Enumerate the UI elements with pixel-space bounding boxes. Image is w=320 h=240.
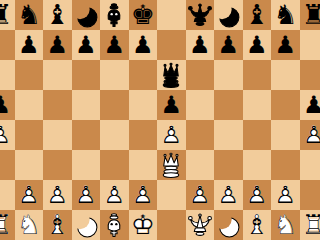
black-knight-piece[interactable]: ♞: [15, 0, 43, 30]
square-c4[interactable]: [43, 120, 72, 150]
square-k6[interactable]: [271, 60, 300, 90]
square-d7[interactable]: ♟: [72, 30, 101, 60]
square-h6[interactable]: [186, 60, 215, 90]
square-h5[interactable]: [186, 90, 215, 120]
square-h8[interactable]: [186, 0, 215, 30]
square-f7[interactable]: ♟: [129, 30, 158, 60]
square-h7[interactable]: ♟: [186, 30, 215, 60]
white-pawn-piece[interactable]: ♟♙: [271, 180, 299, 210]
square-f1[interactable]: ♚♔: [129, 210, 158, 240]
square-l5[interactable]: ♟: [300, 90, 320, 120]
white-pawn-outline-icon: ♙: [46, 180, 68, 210]
square-d6[interactable]: [72, 60, 101, 90]
black-rook-piece[interactable]: ♜: [0, 0, 14, 30]
board-grid: ♜♞♝♚♝♞♜♟♟♟♟♟♟♟♟♟♟♟♟♟♙♟♙♟♙♟♙♟♙♟♙♟♙♟♙♟♙♟♙♟…: [0, 0, 320, 240]
square-a8[interactable]: ♜: [0, 0, 15, 30]
black-pawn-icon: ♟: [0, 90, 11, 120]
white-pawn-outline-icon: ♙: [0, 120, 11, 150]
square-e4[interactable]: [100, 120, 129, 150]
white-pawn-piece[interactable]: ♟♙: [214, 180, 242, 210]
square-b5[interactable]: [15, 90, 44, 120]
square-g1[interactable]: [157, 210, 186, 240]
square-f4[interactable]: [129, 120, 158, 150]
black-pawn-icon: ♟: [160, 90, 182, 120]
square-b3[interactable]: [15, 150, 44, 180]
square-a6[interactable]: [0, 60, 15, 90]
white-knight-piece[interactable]: ♞♘: [15, 210, 43, 240]
white-pawn-piece[interactable]: ♟♙: [100, 180, 128, 210]
black-pawn-piece[interactable]: ♟: [214, 30, 242, 60]
black-pawn-piece[interactable]: ♟: [15, 30, 43, 60]
black-pawn-piece[interactable]: ♟: [157, 90, 185, 120]
black-pawn-piece[interactable]: ♟: [243, 30, 271, 60]
square-i2[interactable]: ♟♙: [214, 180, 243, 210]
white-pawn-piece[interactable]: ♟♙: [0, 120, 14, 150]
black-pawn-icon: ♟: [303, 90, 320, 120]
square-d2[interactable]: ♟♙: [72, 180, 101, 210]
black-pawn-icon: ♟: [18, 30, 40, 60]
white-pawn-piece[interactable]: ♟♙: [186, 180, 214, 210]
white-bishop-piece[interactable]: ♝♗: [243, 210, 271, 240]
square-g6[interactable]: [157, 60, 186, 90]
black-pawn-piece[interactable]: ♟: [129, 30, 157, 60]
square-k3[interactable]: [271, 150, 300, 180]
white-crescent-alfil-icon[interactable]: [73, 212, 99, 239]
black-bishop-icon: ♝: [45, 0, 69, 30]
black-mann-sage-icon[interactable]: [101, 2, 127, 29]
square-l8[interactable]: ♜: [300, 0, 320, 30]
white-knight-piece[interactable]: ♞♘: [271, 210, 299, 240]
square-g8[interactable]: [157, 0, 186, 30]
square-b7[interactable]: ♟: [15, 30, 44, 60]
black-ferz-queen-icon[interactable]: [158, 62, 184, 89]
black-pawn-piece[interactable]: ♟: [271, 30, 299, 60]
black-knight-icon: ♞: [273, 0, 297, 30]
black-crescent-alfil-icon[interactable]: [73, 2, 99, 29]
square-d8[interactable]: [72, 0, 101, 30]
white-knight-outline-icon: ♘: [273, 210, 297, 240]
square-c8[interactable]: ♝: [43, 0, 72, 30]
black-pawn-piece[interactable]: ♟: [100, 30, 128, 60]
square-h2[interactable]: ♟♙: [186, 180, 215, 210]
white-bishop-outline-icon: ♗: [45, 210, 69, 240]
square-d1[interactable]: [72, 210, 101, 240]
square-e7[interactable]: ♟: [100, 30, 129, 60]
square-d3[interactable]: [72, 150, 101, 180]
black-pawn-icon: ♟: [274, 30, 296, 60]
black-pawn-piece[interactable]: ♟: [43, 30, 71, 60]
square-j4[interactable]: [243, 120, 272, 150]
black-pawn-icon: ♟: [132, 30, 154, 60]
black-pawn-icon: ♟: [189, 30, 211, 60]
black-bishop-icon: ♝: [245, 0, 269, 30]
square-c7[interactable]: ♟: [43, 30, 72, 60]
square-e6[interactable]: [100, 60, 129, 90]
square-c1[interactable]: ♝♗: [43, 210, 72, 240]
white-bishop-piece[interactable]: ♝♗: [43, 210, 71, 240]
black-pawn-icon: ♟: [217, 30, 239, 60]
black-king-icon: ♚: [131, 0, 155, 30]
white-pawn-piece[interactable]: ♟♙: [43, 180, 71, 210]
square-e2[interactable]: ♟♙: [100, 180, 129, 210]
white-rook-outline-icon: ♖: [302, 210, 320, 240]
square-k8[interactable]: ♞: [271, 0, 300, 30]
square-k7[interactable]: ♟: [271, 30, 300, 60]
black-pawn-icon: ♟: [103, 30, 125, 60]
square-f3[interactable]: [129, 150, 158, 180]
white-crescent-alfil-icon[interactable]: [215, 212, 241, 239]
white-rook-piece[interactable]: ♜♖: [300, 210, 320, 240]
black-schleich-jester-icon[interactable]: [187, 2, 213, 29]
square-i5[interactable]: [214, 90, 243, 120]
square-j1[interactable]: ♝♗: [243, 210, 272, 240]
square-j7[interactable]: ♟: [243, 30, 272, 60]
square-k5[interactable]: [271, 90, 300, 120]
black-bishop-piece[interactable]: ♝: [243, 0, 271, 30]
square-a5[interactable]: ♟: [0, 90, 15, 120]
square-e8[interactable]: [100, 0, 129, 30]
square-i8[interactable]: [214, 0, 243, 30]
white-pawn-outline-icon: ♙: [103, 180, 125, 210]
white-pawn-outline-icon: ♙: [189, 180, 211, 210]
white-bishop-outline-icon: ♗: [245, 210, 269, 240]
black-pawn-icon: ♟: [75, 30, 97, 60]
white-pawn-piece[interactable]: ♟♙: [129, 180, 157, 210]
white-mann-sage-icon[interactable]: [101, 212, 127, 239]
square-e5[interactable]: [100, 90, 129, 120]
white-pawn-outline-icon: ♙: [274, 180, 296, 210]
square-d4[interactable]: [72, 120, 101, 150]
square-j5[interactable]: [243, 90, 272, 120]
white-pawn-piece[interactable]: ♟♙: [243, 180, 271, 210]
square-b4[interactable]: [15, 120, 44, 150]
square-c6[interactable]: [43, 60, 72, 90]
square-b6[interactable]: [15, 60, 44, 90]
square-l1[interactable]: ♜♖: [300, 210, 320, 240]
square-a7[interactable]: [0, 30, 15, 60]
black-bishop-piece[interactable]: ♝: [43, 0, 71, 30]
white-pawn-outline-icon: ♙: [246, 180, 268, 210]
square-f6[interactable]: [129, 60, 158, 90]
white-schleich-jester-icon[interactable]: [187, 212, 213, 239]
square-k4[interactable]: [271, 120, 300, 150]
square-a2[interactable]: [0, 180, 15, 210]
black-rook-icon: ♜: [0, 0, 12, 30]
black-pawn-piece[interactable]: ♟: [0, 90, 14, 120]
square-g7[interactable]: [157, 30, 186, 60]
white-king-outline-icon: ♔: [131, 210, 155, 240]
square-g5[interactable]: ♟: [157, 90, 186, 120]
square-b2[interactable]: ♟♙: [15, 180, 44, 210]
square-h1[interactable]: [186, 210, 215, 240]
square-f8[interactable]: ♚: [129, 0, 158, 30]
square-f2[interactable]: ♟♙: [129, 180, 158, 210]
white-king-piece[interactable]: ♚♔: [129, 210, 157, 240]
black-pawn-piece[interactable]: ♟: [300, 90, 320, 120]
square-k1[interactable]: ♞♘: [271, 210, 300, 240]
square-e1[interactable]: [100, 210, 129, 240]
square-a4[interactable]: ♟♙: [0, 120, 15, 150]
square-i7[interactable]: ♟: [214, 30, 243, 60]
black-knight-icon: ♞: [17, 0, 41, 30]
square-c5[interactable]: [43, 90, 72, 120]
square-c2[interactable]: ♟♙: [43, 180, 72, 210]
white-pawn-outline-icon: ♙: [160, 120, 182, 150]
white-pawn-piece[interactable]: ♟♙: [157, 120, 185, 150]
square-h3[interactable]: [186, 150, 215, 180]
square-i6[interactable]: [214, 60, 243, 90]
square-j2[interactable]: ♟♙: [243, 180, 272, 210]
square-g3[interactable]: [157, 150, 186, 180]
square-c3[interactable]: [43, 150, 72, 180]
square-j3[interactable]: [243, 150, 272, 180]
black-pawn-piece[interactable]: ♟: [72, 30, 100, 60]
square-i3[interactable]: [214, 150, 243, 180]
square-i4[interactable]: [214, 120, 243, 150]
white-pawn-piece[interactable]: ♟♙: [300, 120, 320, 150]
black-knight-piece[interactable]: ♞: [271, 0, 299, 30]
square-j8[interactable]: ♝: [243, 0, 272, 30]
black-pawn-icon: ♟: [246, 30, 268, 60]
square-l6[interactable]: [300, 60, 320, 90]
square-f5[interactable]: [129, 90, 158, 120]
white-pawn-piece[interactable]: ♟♙: [15, 180, 43, 210]
white-pawn-piece[interactable]: ♟♙: [72, 180, 100, 210]
black-crescent-alfil-icon[interactable]: [215, 2, 241, 29]
white-pawn-outline-icon: ♙: [132, 180, 154, 210]
square-g2[interactable]: [157, 180, 186, 210]
square-l3[interactable]: [300, 150, 320, 180]
white-pawn-outline-icon: ♙: [303, 120, 320, 150]
square-l2[interactable]: [300, 180, 320, 210]
black-rook-icon: ♜: [302, 0, 320, 30]
chess-board: ♜♞♝♚♝♞♜♟♟♟♟♟♟♟♟♟♟♟♟♟♙♟♙♟♙♟♙♟♙♟♙♟♙♟♙♟♙♟♙♟…: [0, 0, 320, 240]
white-rook-outline-icon: ♖: [0, 210, 12, 240]
square-a3[interactable]: [0, 150, 15, 180]
square-l4[interactable]: ♟♙: [300, 120, 320, 150]
square-l7[interactable]: [300, 30, 320, 60]
square-g4[interactable]: ♟♙: [157, 120, 186, 150]
square-e3[interactable]: [100, 150, 129, 180]
square-j6[interactable]: [243, 60, 272, 90]
white-rook-piece[interactable]: ♜♖: [0, 210, 14, 240]
black-king-piece[interactable]: ♚: [129, 0, 157, 30]
white-ferz-queen-icon[interactable]: [158, 152, 184, 179]
white-pawn-outline-icon: ♙: [75, 180, 97, 210]
square-k2[interactable]: ♟♙: [271, 180, 300, 210]
white-pawn-outline-icon: ♙: [217, 180, 239, 210]
white-pawn-outline-icon: ♙: [18, 180, 40, 210]
white-knight-outline-icon: ♘: [17, 210, 41, 240]
square-b1[interactable]: ♞♘: [15, 210, 44, 240]
square-i1[interactable]: [214, 210, 243, 240]
black-rook-piece[interactable]: ♜: [300, 0, 320, 30]
black-pawn-piece[interactable]: ♟: [186, 30, 214, 60]
black-pawn-icon: ♟: [46, 30, 68, 60]
square-h4[interactable]: [186, 120, 215, 150]
square-d5[interactable]: [72, 90, 101, 120]
square-a1[interactable]: ♜♖: [0, 210, 15, 240]
square-b8[interactable]: ♞: [15, 0, 44, 30]
